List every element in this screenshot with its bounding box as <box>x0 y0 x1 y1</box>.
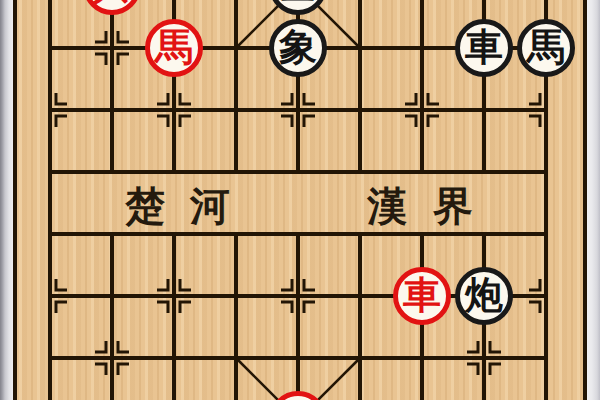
river-label-he: 河 <box>188 184 232 228</box>
screen-edge-right <box>587 0 600 400</box>
piece-glyph: 馬 <box>155 28 193 66</box>
river-label-chu: 楚 <box>123 184 167 228</box>
river-label-han: 漢 <box>365 184 409 228</box>
river-label-jie: 界 <box>431 184 475 228</box>
xiangqi-screenshot: 楚 河 漢 界 兵士馬象車馬車炮仕 <box>0 0 600 400</box>
piece-glyph: 車 <box>465 28 503 66</box>
piece-glyph: 兵 <box>93 0 131 4</box>
piece-black-horse-i3[interactable]: 馬 <box>517 19 575 77</box>
piece-black-elephant-e3[interactable]: 象 <box>269 19 327 77</box>
screen-edge-left <box>0 0 13 400</box>
piece-glyph: 車 <box>403 276 441 314</box>
piece-black-chariot-h3[interactable]: 車 <box>455 19 513 77</box>
piece-glyph: 炮 <box>465 276 503 314</box>
piece-red-chariot-g7[interactable]: 車 <box>393 267 451 325</box>
piece-glyph: 象 <box>279 28 317 66</box>
piece-black-cannon-h7[interactable]: 炮 <box>455 267 513 325</box>
piece-glyph: 馬 <box>527 28 565 66</box>
piece-red-horse-c3[interactable]: 馬 <box>145 19 203 77</box>
piece-glyph: 士 <box>279 0 317 4</box>
